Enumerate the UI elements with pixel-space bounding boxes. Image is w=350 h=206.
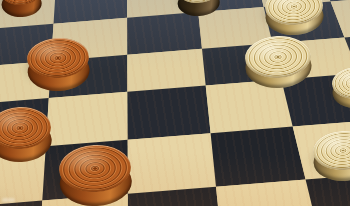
board-photo	[0, 0, 350, 206]
pieces-layer	[0, 0, 350, 206]
watermark	[2, 198, 15, 202]
